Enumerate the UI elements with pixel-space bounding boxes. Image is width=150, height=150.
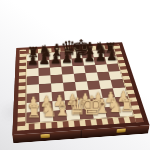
box-fold-seam (80, 130, 81, 138)
square-d7[interactable]: ♟ (61, 59, 73, 67)
square-b4[interactable] (39, 83, 52, 92)
piece-black-pawn[interactable]: ♟ (38, 53, 49, 66)
square-a4[interactable] (27, 84, 39, 93)
square-c7[interactable]: ♟ (49, 59, 61, 67)
square-a6[interactable] (27, 68, 39, 77)
piece-black-pawn[interactable]: ♟ (84, 50, 95, 63)
board-squares: ♜♞♝♛♚♝♞♜♟♟♟♟♟♟♟♟♟♟♟♟♟♟♟♟♜♞♝♛♚♝♞♜ (25, 49, 134, 124)
square-a1[interactable]: ♜ (27, 112, 41, 123)
square-b1[interactable]: ♞ (40, 111, 54, 122)
product-photo-scene: ♜♞♝♛♚♝♞♜♟♟♟♟♟♟♟♟♟♟♟♟♟♟♟♟♜♞♝♛♚♝♞♜ (0, 0, 150, 150)
piece-black-pawn[interactable]: ♟ (27, 53, 38, 66)
piece-black-pawn[interactable]: ♟ (61, 52, 72, 65)
piece-black-pawn[interactable]: ♟ (72, 51, 83, 64)
piece-white-rook[interactable]: ♜ (27, 104, 40, 121)
chess-board: ♜♞♝♛♚♝♞♜♟♟♟♟♟♟♟♟♟♟♟♟♟♟♟♟♜♞♝♛♚♝♞♜ (12, 42, 149, 135)
brass-clasp-right (117, 128, 126, 132)
brass-clasp-left (41, 134, 50, 138)
board-outer-rim: ♜♞♝♛♚♝♞♜♟♟♟♟♟♟♟♟♟♟♟♟♟♟♟♟♜♞♝♛♚♝♞♜ (12, 42, 149, 135)
piece-black-pawn[interactable]: ♟ (50, 52, 61, 65)
piece-white-knight[interactable]: ♞ (40, 101, 53, 120)
square-b7[interactable]: ♟ (38, 60, 50, 68)
piece-black-pawn[interactable]: ♟ (106, 49, 117, 62)
piece-black-pawn[interactable]: ♟ (95, 50, 106, 63)
